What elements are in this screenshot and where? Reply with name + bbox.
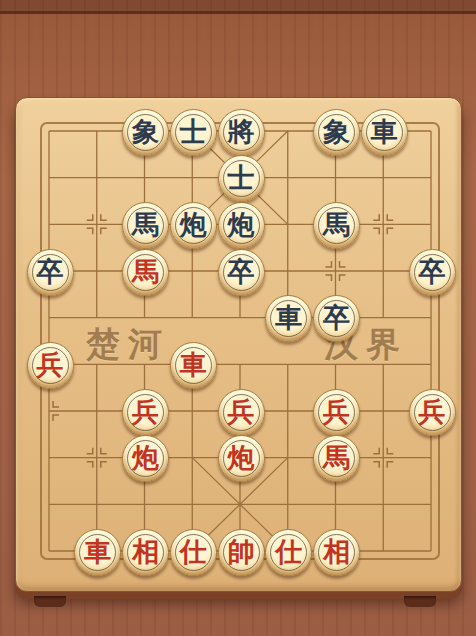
piece-black-soldier[interactable]: 卒 <box>27 249 74 296</box>
piece-red-horse[interactable]: 馬 <box>122 249 169 296</box>
piece-glyph: 車 <box>84 539 111 566</box>
piece-black-horse[interactable]: 馬 <box>313 202 360 249</box>
piece-red-chariot[interactable]: 車 <box>74 529 121 576</box>
piece-black-advisor[interactable]: 士 <box>170 109 217 156</box>
piece-glyph: 象 <box>132 119 159 146</box>
piece-glyph: 相 <box>323 539 350 566</box>
piece-glyph: 車 <box>180 352 207 379</box>
piece-red-soldier[interactable]: 兵 <box>313 389 360 436</box>
piece-black-horse[interactable]: 馬 <box>122 202 169 249</box>
piece-black-cannon[interactable]: 炮 <box>218 202 265 249</box>
piece-glyph: 士 <box>180 119 207 146</box>
piece-glyph: 炮 <box>180 212 207 239</box>
piece-glyph: 仕 <box>275 539 302 566</box>
piece-glyph: 仕 <box>180 539 207 566</box>
piece-glyph: 馬 <box>132 212 159 239</box>
piece-black-elephant[interactable]: 象 <box>122 109 169 156</box>
piece-red-general[interactable]: 帥 <box>218 529 265 576</box>
piece-glyph: 卒 <box>323 305 350 332</box>
piece-glyph: 兵 <box>323 399 350 426</box>
piece-glyph: 炮 <box>132 445 159 472</box>
piece-glyph: 馬 <box>323 212 350 239</box>
piece-glyph: 相 <box>132 539 159 566</box>
piece-red-elephant[interactable]: 相 <box>313 529 360 576</box>
piece-glyph: 象 <box>323 119 350 146</box>
piece-glyph: 帥 <box>228 539 255 566</box>
piece-glyph: 車 <box>371 119 398 146</box>
piece-glyph: 將 <box>228 119 255 146</box>
piece-black-soldier[interactable]: 卒 <box>218 249 265 296</box>
piece-red-cannon[interactable]: 炮 <box>122 435 169 482</box>
piece-glyph: 卒 <box>419 259 446 286</box>
piece-glyph: 士 <box>228 165 255 192</box>
board-foot-right <box>404 596 436 607</box>
piece-glyph: 車 <box>275 305 302 332</box>
piece-red-advisor[interactable]: 仕 <box>170 529 217 576</box>
piece-glyph: 兵 <box>228 399 255 426</box>
piece-red-soldier[interactable]: 兵 <box>409 389 456 436</box>
piece-glyph: 炮 <box>228 212 255 239</box>
piece-red-chariot[interactable]: 車 <box>170 342 217 389</box>
piece-black-elephant[interactable]: 象 <box>313 109 360 156</box>
piece-red-soldier[interactable]: 兵 <box>27 342 74 389</box>
piece-glyph: 卒 <box>37 259 64 286</box>
app-background: { "game": "xiangqi", "position": { "fen"… <box>0 0 476 636</box>
piece-black-chariot[interactable]: 車 <box>361 109 408 156</box>
piece-glyph: 兵 <box>419 399 446 426</box>
piece-red-cannon[interactable]: 炮 <box>218 435 265 482</box>
piece-red-advisor[interactable]: 仕 <box>265 529 312 576</box>
board-foot-left <box>34 596 66 607</box>
river-label-left: 楚河 <box>86 322 170 368</box>
piece-red-horse[interactable]: 馬 <box>313 435 360 482</box>
piece-glyph: 兵 <box>37 352 64 379</box>
piece-black-cannon[interactable]: 炮 <box>170 202 217 249</box>
piece-red-soldier[interactable]: 兵 <box>218 389 265 436</box>
xiangqi-board: 楚河 汉界 象士將象車士馬炮炮馬卒馬卒卒車卒兵車兵兵兵兵炮炮馬車相仕帥仕相 <box>15 97 462 592</box>
piece-glyph: 卒 <box>228 259 255 286</box>
piece-black-general[interactable]: 將 <box>218 109 265 156</box>
piece-black-advisor[interactable]: 士 <box>218 155 265 202</box>
piece-glyph: 馬 <box>323 445 350 472</box>
piece-black-soldier[interactable]: 卒 <box>313 295 360 342</box>
piece-glyph: 馬 <box>132 259 159 286</box>
piece-black-soldier[interactable]: 卒 <box>409 249 456 296</box>
piece-glyph: 炮 <box>228 445 255 472</box>
piece-glyph: 兵 <box>132 399 159 426</box>
piece-red-soldier[interactable]: 兵 <box>122 389 169 436</box>
piece-red-elephant[interactable]: 相 <box>122 529 169 576</box>
